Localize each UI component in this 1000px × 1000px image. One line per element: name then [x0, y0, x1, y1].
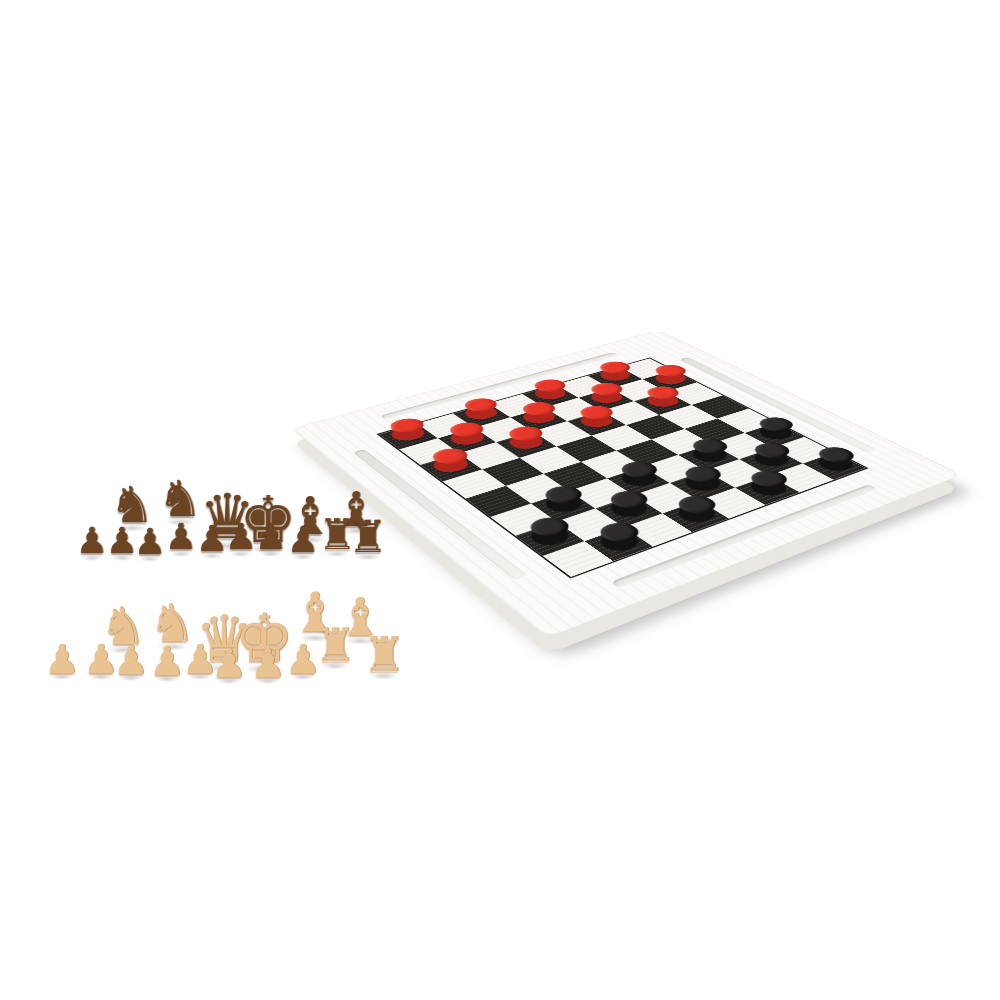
board-top-face [291, 330, 962, 638]
dark-pawn[interactable]: ♟ [255, 519, 287, 555]
dark-pawn[interactable]: ♟ [196, 521, 228, 557]
light-pawn[interactable]: ♟ [285, 639, 321, 679]
black-checker-a7[interactable] [524, 527, 576, 553]
black-checker-f8[interactable] [743, 480, 793, 503]
dark-pawn[interactable]: ♟ [287, 522, 319, 558]
dark-pawn[interactable]: ♟ [76, 523, 108, 559]
light-pawn[interactable]: ♟ [44, 639, 80, 679]
light-pawn[interactable]: ♟ [149, 641, 185, 681]
light-pawn[interactable]: ♟ [113, 640, 149, 680]
product-photo-scene: ♞♞♛♚♝♝♜♜♟♟♟♟♟♟♟♟ ♞♞♛♚♝♝♜♜♟♟♟♟♟♟♟♟ [0, 0, 1000, 1000]
dark-pawn[interactable]: ♟ [165, 519, 197, 555]
game-board [291, 330, 962, 638]
dark-pawn[interactable]: ♟ [225, 519, 257, 555]
red-checker-a1[interactable] [386, 427, 430, 446]
dark-rook[interactable]: ♜ [348, 515, 387, 559]
dark-pawn[interactable]: ♟ [134, 524, 166, 560]
light-rook[interactable]: ♜ [362, 630, 405, 678]
light-pawn[interactable]: ♟ [250, 643, 286, 683]
light-pawn[interactable]: ♟ [211, 643, 247, 683]
red-checker-c3[interactable] [504, 435, 549, 455]
